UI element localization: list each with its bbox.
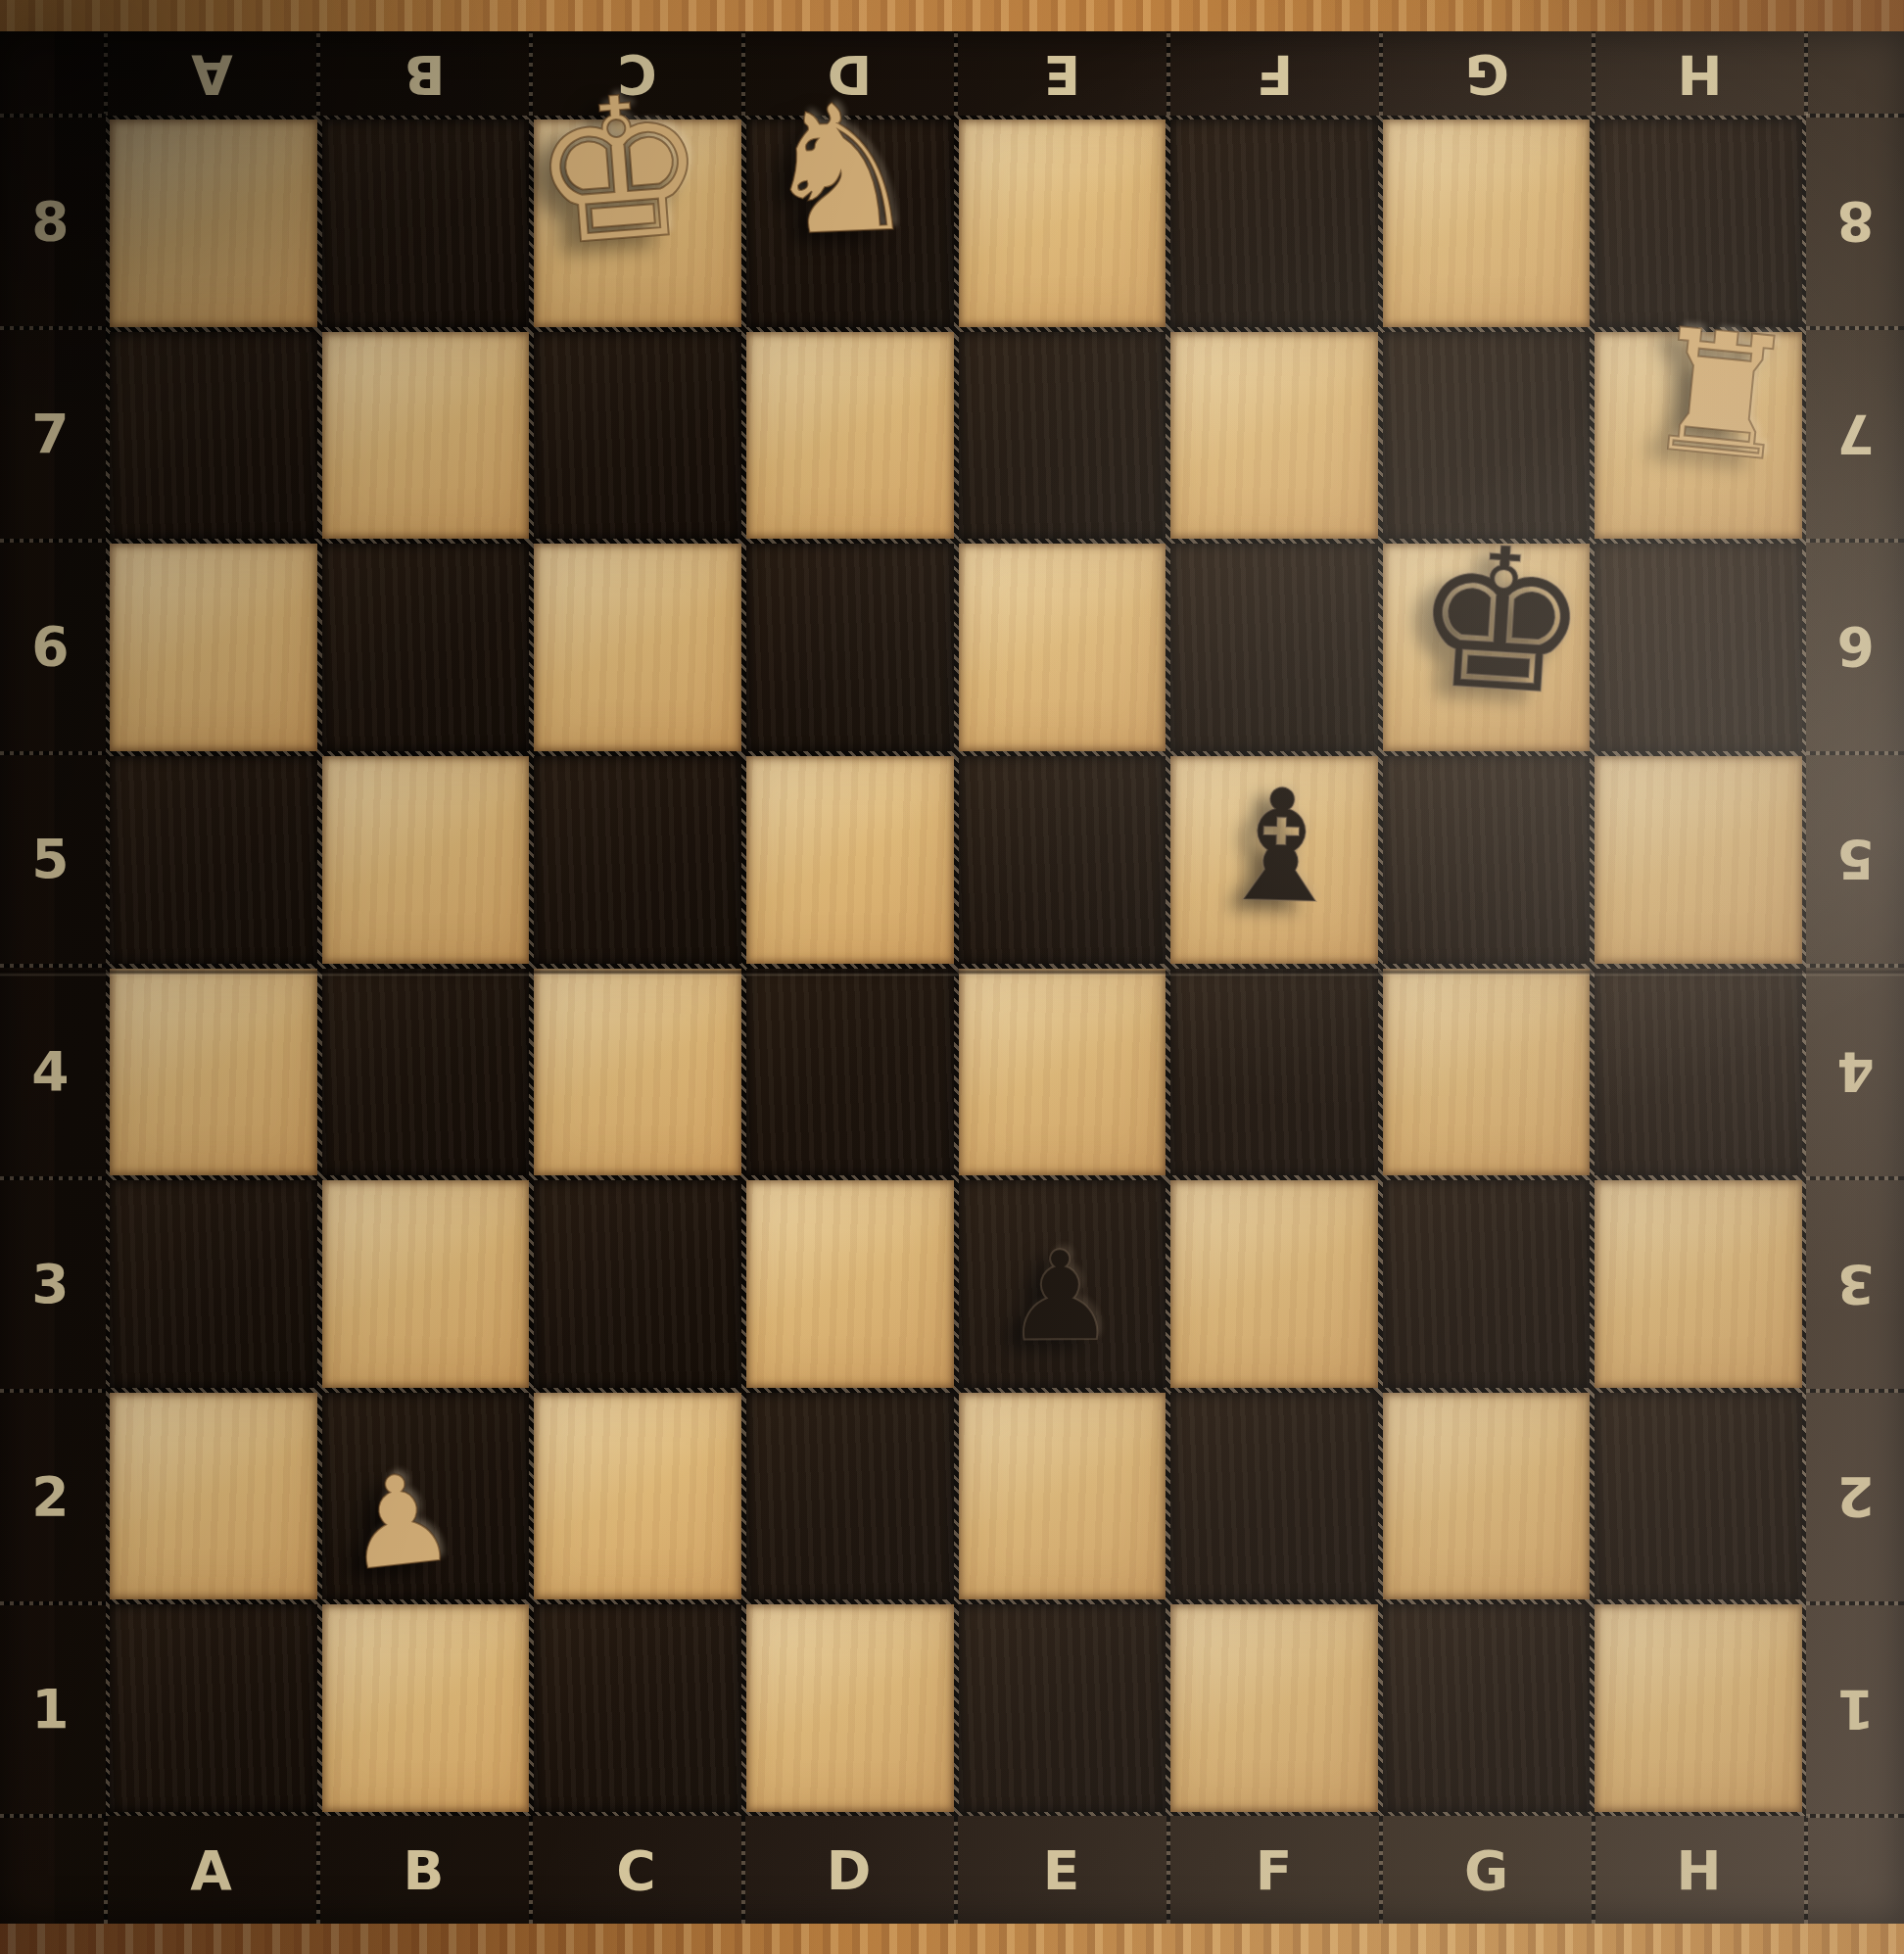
square-g2[interactable] xyxy=(1383,1393,1591,1600)
rank-label-left-2: 2 xyxy=(31,1465,70,1528)
stitch-line xyxy=(1379,31,1383,116)
stitch-line xyxy=(954,31,958,116)
rank-label-right-2: 2 xyxy=(1835,1465,1874,1528)
square-h4[interactable] xyxy=(1595,969,1802,1176)
white-rook-glyph: ♜ xyxy=(1638,304,1804,486)
square-b5[interactable] xyxy=(322,756,530,964)
piece-white-pawn-b2[interactable]: ♟ xyxy=(318,1391,531,1603)
stitch-line xyxy=(1806,114,1904,118)
square-f3[interactable] xyxy=(1170,1180,1378,1388)
square-g1[interactable] xyxy=(1383,1604,1591,1812)
stitch-line xyxy=(0,1389,106,1393)
square-b3[interactable] xyxy=(322,1180,530,1388)
file-label-bottom-g: G xyxy=(1464,1839,1509,1902)
square-c5[interactable] xyxy=(534,756,741,964)
stitch-line xyxy=(316,1816,320,1924)
stitch-line xyxy=(1592,31,1595,116)
file-label-bottom-b: B xyxy=(404,1839,446,1902)
stitch-line xyxy=(529,1816,533,1924)
file-label-top-e: E xyxy=(1043,43,1081,106)
square-f8[interactable] xyxy=(1170,119,1378,327)
piece-white-rook-h7[interactable]: ♜ xyxy=(1594,328,1806,541)
square-a7[interactable] xyxy=(110,332,317,540)
stitch-line xyxy=(0,539,106,543)
square-b4[interactable] xyxy=(322,969,530,1176)
stitch-line xyxy=(1804,31,1808,116)
square-a4[interactable] xyxy=(110,969,317,1176)
square-h1[interactable] xyxy=(1595,1604,1802,1812)
white-knight-glyph: ♞ xyxy=(757,78,923,262)
stitch-line xyxy=(104,31,108,116)
square-a8[interactable] xyxy=(110,119,317,327)
square-c6[interactable] xyxy=(534,544,741,751)
table-surface-top xyxy=(0,0,1904,33)
stitch-line xyxy=(1806,751,1904,755)
file-label-top-f: F xyxy=(1256,43,1294,106)
rank-label-right-6: 6 xyxy=(1835,615,1874,678)
stitch-line xyxy=(1592,1816,1595,1924)
stitch-line xyxy=(741,1816,745,1924)
file-label-top-a: A xyxy=(190,43,233,106)
square-f1[interactable] xyxy=(1170,1604,1378,1812)
rank-label-left-5: 5 xyxy=(31,828,70,890)
square-c7[interactable] xyxy=(534,332,741,540)
black-pawn-glyph: ♟ xyxy=(1005,1234,1117,1358)
square-b7[interactable] xyxy=(322,332,530,540)
rank-label-left-7: 7 xyxy=(31,403,70,465)
stitch-line xyxy=(0,114,106,118)
piece-black-bishop-f5[interactable]: ♝ xyxy=(1168,753,1381,966)
stitch-line xyxy=(1806,1814,1904,1818)
square-d2[interactable] xyxy=(746,1393,954,1600)
stitch-line xyxy=(1379,1816,1383,1924)
stitch-line xyxy=(1806,326,1904,330)
stitch-line xyxy=(104,1816,108,1924)
stitch-line xyxy=(1806,1601,1904,1605)
square-f2[interactable] xyxy=(1170,1393,1378,1600)
square-g4[interactable] xyxy=(1383,969,1591,1176)
black-bishop-glyph: ♝ xyxy=(1209,767,1352,926)
stitch-line xyxy=(0,1176,106,1180)
square-c4[interactable] xyxy=(534,969,741,1176)
square-d3[interactable] xyxy=(746,1180,954,1388)
square-e4[interactable] xyxy=(959,969,1166,1176)
stitch-line xyxy=(1806,964,1904,968)
square-e1[interactable] xyxy=(959,1604,1166,1812)
square-b6[interactable] xyxy=(322,544,530,751)
rank-label-right-4: 4 xyxy=(1835,1040,1874,1103)
square-a3[interactable] xyxy=(110,1180,317,1388)
square-g5[interactable] xyxy=(1383,756,1591,964)
stitch-line xyxy=(0,326,106,330)
black-king-glyph: ♚ xyxy=(1407,517,1595,724)
square-g8[interactable] xyxy=(1383,119,1591,327)
square-c1[interactable] xyxy=(534,1604,741,1812)
square-e6[interactable] xyxy=(959,544,1166,751)
file-label-top-b: B xyxy=(404,43,446,106)
table-surface-bottom xyxy=(0,1924,1904,1954)
file-label-bottom-h: H xyxy=(1676,1839,1722,1902)
stitch-line xyxy=(0,964,106,968)
stitch-line xyxy=(1806,1176,1904,1180)
piece-white-king-c8[interactable]: ♚ xyxy=(531,116,743,328)
square-a5[interactable] xyxy=(110,756,317,964)
square-b8[interactable] xyxy=(322,119,530,327)
rank-label-left-8: 8 xyxy=(31,190,70,253)
photo-scene: ABCDEFGH ABCDEFGH 87654321 87654321 ♚♞♜♟… xyxy=(0,0,1904,1954)
board-fold-seam xyxy=(0,969,1904,977)
square-f6[interactable] xyxy=(1170,544,1378,751)
stitch-line xyxy=(316,31,320,116)
stitch-line xyxy=(741,31,745,116)
square-c2[interactable] xyxy=(534,1393,741,1600)
white-pawn-glyph: ♟ xyxy=(337,1454,460,1590)
file-label-top-g: G xyxy=(1464,43,1509,106)
rank-label-left-1: 1 xyxy=(31,1678,70,1740)
square-f7[interactable] xyxy=(1170,332,1378,540)
square-h5[interactable] xyxy=(1595,756,1802,964)
square-e5[interactable] xyxy=(959,756,1166,964)
file-label-bottom-c: C xyxy=(616,1839,656,1902)
rank-label-left-6: 6 xyxy=(31,615,70,678)
rank-label-right-1: 1 xyxy=(1835,1678,1874,1740)
square-g3[interactable] xyxy=(1383,1180,1591,1388)
file-label-bottom-d: D xyxy=(827,1839,873,1902)
square-h6[interactable] xyxy=(1595,544,1802,751)
stitch-line xyxy=(954,1816,958,1924)
square-e2[interactable] xyxy=(959,1393,1166,1600)
square-e8[interactable] xyxy=(959,119,1166,327)
rank-label-right-5: 5 xyxy=(1835,828,1874,890)
file-label-top-h: H xyxy=(1676,43,1722,106)
square-a2[interactable] xyxy=(110,1393,317,1600)
stitch-line xyxy=(1806,1389,1904,1393)
rank-label-left-4: 4 xyxy=(31,1040,70,1103)
stitch-line xyxy=(1166,1816,1170,1924)
square-d6[interactable] xyxy=(746,544,954,751)
square-f4[interactable] xyxy=(1170,969,1378,1176)
square-c3[interactable] xyxy=(534,1180,741,1388)
square-b1[interactable] xyxy=(322,1604,530,1812)
file-label-bottom-a: A xyxy=(190,1839,233,1902)
file-label-bottom-f: F xyxy=(1256,1839,1294,1902)
square-d4[interactable] xyxy=(746,969,954,1176)
rank-label-right-7: 7 xyxy=(1835,403,1874,465)
piece-white-knight-d8[interactable]: ♞ xyxy=(743,116,956,328)
rank-label-right-8: 8 xyxy=(1835,190,1874,253)
square-d5[interactable] xyxy=(746,756,954,964)
square-d7[interactable] xyxy=(746,332,954,540)
piece-black-pawn-e3[interactable]: ♟ xyxy=(956,1178,1168,1391)
square-e7[interactable] xyxy=(959,332,1166,540)
rank-label-left-3: 3 xyxy=(31,1253,70,1315)
white-king-glyph: ♚ xyxy=(524,66,714,274)
stitch-line xyxy=(0,1814,106,1818)
square-h3[interactable] xyxy=(1595,1180,1802,1388)
file-label-bottom-e: E xyxy=(1043,1839,1081,1902)
stitch-line xyxy=(1166,31,1170,116)
rank-label-right-3: 3 xyxy=(1835,1253,1874,1315)
square-d1[interactable] xyxy=(746,1604,954,1812)
piece-black-king-g6[interactable]: ♚ xyxy=(1381,541,1594,753)
square-a1[interactable] xyxy=(110,1604,317,1812)
stitch-line xyxy=(0,751,106,755)
square-a6[interactable] xyxy=(110,544,317,751)
square-h2[interactable] xyxy=(1595,1393,1802,1600)
chess-board: ABCDEFGH ABCDEFGH 87654321 87654321 ♚♞♜♟… xyxy=(0,31,1904,1924)
stitch-line xyxy=(0,1601,106,1605)
stitch-line xyxy=(1804,1816,1808,1924)
stitch-line xyxy=(1806,539,1904,543)
